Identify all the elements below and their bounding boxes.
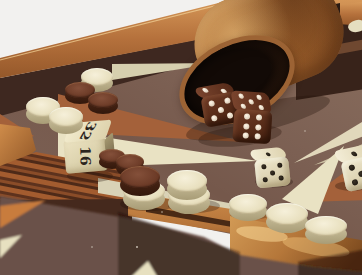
die-pip <box>248 99 254 104</box>
die-front-face <box>254 156 291 188</box>
die-pip <box>217 106 224 113</box>
die-pip <box>243 123 249 129</box>
die-pip <box>258 104 264 109</box>
checker-cream[interactable] <box>305 216 347 244</box>
die-pip <box>261 164 266 169</box>
die-pip <box>256 124 262 130</box>
die-pip <box>255 133 261 139</box>
ivory-die[interactable] <box>338 143 362 193</box>
die-pip <box>358 170 362 177</box>
die-pip <box>243 114 249 120</box>
die-pip <box>256 114 262 120</box>
checker-brown[interactable] <box>120 166 160 196</box>
checker-cream[interactable] <box>266 203 308 233</box>
die-front-face <box>232 109 272 145</box>
die-pip <box>210 114 217 121</box>
brown-die[interactable] <box>232 91 273 145</box>
die-pip <box>240 103 246 108</box>
die-pip <box>351 179 358 186</box>
checker-cream[interactable] <box>167 170 207 200</box>
checker-cream[interactable] <box>229 194 267 221</box>
die-pip <box>224 97 231 104</box>
die-pip <box>263 177 268 182</box>
die-pip <box>270 170 275 175</box>
die-pip <box>277 162 282 167</box>
die-pip <box>201 87 209 92</box>
die-pip <box>238 94 244 99</box>
die-pip <box>256 95 262 100</box>
die-pip <box>208 100 215 107</box>
die-pip <box>348 165 355 172</box>
die-pip <box>227 112 234 119</box>
die-pip <box>242 132 248 138</box>
ivory-die[interactable] <box>253 146 291 188</box>
die-pip <box>350 151 358 157</box>
checker-cream[interactable] <box>49 107 83 134</box>
checker-brown[interactable] <box>88 92 118 114</box>
die-pip <box>278 176 283 181</box>
pieces-layer: 32 16 <box>0 0 362 275</box>
backgammon-photo-scene: 32 16 <box>0 0 362 275</box>
doubling-cube-front-value: 16 <box>78 146 94 166</box>
die-pip <box>265 152 271 156</box>
